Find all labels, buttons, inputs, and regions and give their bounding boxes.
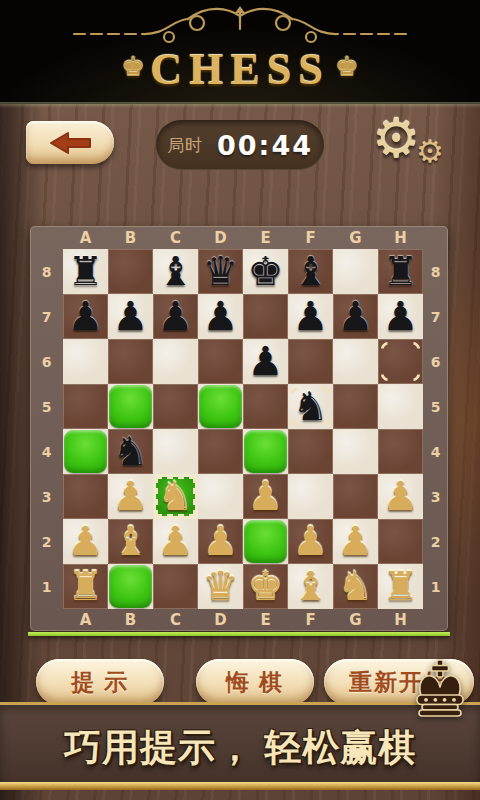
piece-white-pawn[interactable]: ♟ xyxy=(383,474,419,519)
square-e3[interactable]: ♟ xyxy=(243,474,288,519)
piece-black-queen[interactable]: ♛ xyxy=(203,249,239,294)
square-h5[interactable] xyxy=(378,384,423,429)
square-g2[interactable]: ♟ xyxy=(333,519,378,564)
square-f5[interactable]: ♞ xyxy=(288,384,333,429)
file-label-bottom-f: F xyxy=(288,609,333,631)
back-arrow-icon xyxy=(47,130,93,156)
piece-black-bishop[interactable]: ♝ xyxy=(158,249,194,294)
last-move-marker xyxy=(378,339,423,384)
file-label-bottom-a: A xyxy=(63,609,108,631)
square-e1[interactable]: ♚ xyxy=(243,564,288,609)
piece-black-pawn[interactable]: ♟ xyxy=(68,294,104,339)
square-c2[interactable]: ♟ xyxy=(153,519,198,564)
rank-label-right-5: 5 xyxy=(423,384,448,429)
square-d7[interactable]: ♟ xyxy=(198,294,243,339)
piece-white-pawn[interactable]: ♟ xyxy=(293,519,329,564)
piece-black-rook[interactable]: ♜ xyxy=(68,249,104,294)
square-b8[interactable] xyxy=(108,249,153,294)
square-c6[interactable] xyxy=(153,339,198,384)
piece-white-knight[interactable]: ♞ xyxy=(158,474,194,519)
rank-label-right-1: 1 xyxy=(423,564,448,609)
undo-button[interactable]: 悔 棋 xyxy=(196,659,314,705)
square-a3[interactable] xyxy=(63,474,108,519)
square-c7[interactable]: ♟ xyxy=(153,294,198,339)
settings-button[interactable]: ⚙ ⚙ xyxy=(372,110,456,176)
corner-claw-bl xyxy=(378,365,396,383)
square-b6[interactable] xyxy=(108,339,153,384)
square-h2[interactable] xyxy=(378,519,423,564)
piece-white-pawn[interactable]: ♟ xyxy=(158,519,194,564)
square-f4[interactable] xyxy=(288,429,333,474)
file-label-bottom-g: G xyxy=(333,609,378,631)
piece-white-knight[interactable]: ♞ xyxy=(338,564,374,609)
rank-label-right-6: 6 xyxy=(423,339,448,384)
rank-label-right-8: 8 xyxy=(423,249,448,294)
board-frame-corner xyxy=(30,226,63,249)
square-d1[interactable]: ♛ xyxy=(198,564,243,609)
square-a7[interactable]: ♟ xyxy=(63,294,108,339)
rank-label-right-2: 2 xyxy=(423,519,448,564)
square-g3[interactable] xyxy=(333,474,378,519)
square-f7[interactable]: ♟ xyxy=(288,294,333,339)
piece-white-rook[interactable]: ♜ xyxy=(68,564,104,609)
file-label-bottom-c: C xyxy=(153,609,198,631)
back-button[interactable] xyxy=(26,121,114,164)
square-h3[interactable]: ♟ xyxy=(378,474,423,519)
square-f3[interactable] xyxy=(288,474,333,519)
square-a4[interactable] xyxy=(63,429,108,474)
square-g8[interactable] xyxy=(333,249,378,294)
square-g6[interactable] xyxy=(333,339,378,384)
rank-label-right-3: 3 xyxy=(423,474,448,519)
square-a1[interactable]: ♜ xyxy=(63,564,108,609)
square-f1[interactable]: ♝ xyxy=(288,564,333,609)
file-label-top-d: D xyxy=(198,226,243,249)
board-bottom-green-strip xyxy=(28,632,450,636)
piece-black-pawn[interactable]: ♟ xyxy=(293,294,329,339)
square-d6[interactable] xyxy=(198,339,243,384)
corner-claw-br xyxy=(404,365,422,383)
piece-white-bishop[interactable]: ♝ xyxy=(293,564,329,609)
piece-white-king[interactable]: ♚ xyxy=(248,564,284,609)
square-c8[interactable]: ♝ xyxy=(153,249,198,294)
piece-white-pawn[interactable]: ♟ xyxy=(203,519,239,564)
square-g4[interactable] xyxy=(333,429,378,474)
square-g1[interactable]: ♞ xyxy=(333,564,378,609)
square-a8[interactable]: ♜ xyxy=(63,249,108,294)
square-b3[interactable]: ♟ xyxy=(108,474,153,519)
square-e5[interactable] xyxy=(243,384,288,429)
piece-white-pawn[interactable]: ♟ xyxy=(338,519,374,564)
square-b5[interactable] xyxy=(108,384,153,429)
square-d4[interactable] xyxy=(198,429,243,474)
rank-label-left-6: 6 xyxy=(30,339,63,384)
chess-board: ABCDEFGH8♜♝♛♚♝♜87♟♟♟♟♟♟♟76♟65♞54♞43♟♞♟♟3… xyxy=(30,226,448,631)
square-f8[interactable]: ♝ xyxy=(288,249,333,294)
piece-black-pawn[interactable]: ♟ xyxy=(383,294,419,339)
piece-black-rook[interactable]: ♜ xyxy=(383,249,419,294)
file-label-top-g: G xyxy=(333,226,378,249)
piece-white-pawn[interactable]: ♟ xyxy=(68,519,104,564)
square-h6[interactable] xyxy=(378,339,423,384)
crown-icon-right: ♚ xyxy=(335,51,359,82)
file-label-top-h: H xyxy=(378,226,423,249)
file-label-top-e: E xyxy=(243,226,288,249)
square-b2[interactable]: ♝ xyxy=(108,519,153,564)
gear-icon-small: ⚙ xyxy=(416,136,444,167)
hint-button[interactable]: 提 示 xyxy=(36,659,164,705)
board-frame-corner xyxy=(423,226,448,249)
game-timer: 局时 00:44 xyxy=(156,120,324,170)
square-a2[interactable]: ♟ xyxy=(63,519,108,564)
square-c1[interactable] xyxy=(153,564,198,609)
rank-label-right-4: 4 xyxy=(423,429,448,474)
square-f2[interactable]: ♟ xyxy=(288,519,333,564)
piece-white-bishop[interactable]: ♝ xyxy=(113,519,149,564)
square-e8[interactable]: ♚ xyxy=(243,249,288,294)
piece-black-knight[interactable]: ♞ xyxy=(113,429,149,474)
square-f6[interactable] xyxy=(288,339,333,384)
piece-black-pawn[interactable]: ♟ xyxy=(248,339,284,384)
square-d8[interactable]: ♛ xyxy=(198,249,243,294)
square-b7[interactable]: ♟ xyxy=(108,294,153,339)
rank-label-left-3: 3 xyxy=(30,474,63,519)
banner-gold-bar xyxy=(0,782,480,790)
file-label-top-f: F xyxy=(288,226,333,249)
square-c4[interactable] xyxy=(153,429,198,474)
board-frame-corner xyxy=(30,609,63,631)
piece-black-pawn[interactable]: ♟ xyxy=(113,294,149,339)
square-e7[interactable] xyxy=(243,294,288,339)
file-label-top-c: C xyxy=(153,226,198,249)
piece-white-pawn[interactable]: ♟ xyxy=(248,474,284,519)
app-title: CHESS xyxy=(150,45,329,94)
square-d5[interactable] xyxy=(198,384,243,429)
piece-white-rook[interactable]: ♜ xyxy=(383,564,419,609)
file-label-bottom-e: E xyxy=(243,609,288,631)
square-d3[interactable] xyxy=(198,474,243,519)
square-e2[interactable] xyxy=(243,519,288,564)
corner-claw-tl xyxy=(378,339,396,357)
rank-label-left-7: 7 xyxy=(30,294,63,339)
square-b4[interactable]: ♞ xyxy=(108,429,153,474)
file-label-bottom-d: D xyxy=(198,609,243,631)
square-c3[interactable]: ♞ xyxy=(153,474,198,519)
piece-black-knight[interactable]: ♞ xyxy=(293,384,329,429)
app-screen: ♚ CHESS ♚ 局时 00:44 ⚙ ⚙ ABCDEFGH8♜♝♛♚♝♜87… xyxy=(0,0,480,800)
square-h1[interactable]: ♜ xyxy=(378,564,423,609)
title-row: ♚ CHESS ♚ xyxy=(0,44,480,95)
square-e6[interactable]: ♟ xyxy=(243,339,288,384)
rank-label-left-2: 2 xyxy=(30,519,63,564)
rank-label-left-5: 5 xyxy=(30,384,63,429)
corner-claw-tr xyxy=(404,339,422,357)
board-frame-corner xyxy=(423,609,448,631)
piece-white-pawn[interactable]: ♟ xyxy=(113,474,149,519)
square-b1[interactable] xyxy=(108,564,153,609)
square-a6[interactable] xyxy=(63,339,108,384)
piece-black-pawn[interactable]: ♟ xyxy=(203,294,239,339)
piece-black-pawn[interactable]: ♟ xyxy=(338,294,374,339)
square-h7[interactable]: ♟ xyxy=(378,294,423,339)
piece-black-pawn[interactable]: ♟ xyxy=(158,294,194,339)
piece-black-bishop[interactable]: ♝ xyxy=(293,249,329,294)
square-c5[interactable] xyxy=(153,384,198,429)
square-h4[interactable] xyxy=(378,429,423,474)
square-g5[interactable] xyxy=(333,384,378,429)
file-label-top-a: A xyxy=(63,226,108,249)
header-flourish-ornament xyxy=(70,2,410,48)
promo-banner-text: 巧用提示， 轻松赢棋 xyxy=(64,723,416,773)
piece-black-king[interactable]: ♚ xyxy=(248,249,284,294)
rank-label-left-8: 8 xyxy=(30,249,63,294)
file-label-bottom-h: H xyxy=(378,609,423,631)
gear-icon-large: ⚙ xyxy=(372,112,420,166)
square-g7[interactable]: ♟ xyxy=(333,294,378,339)
timer-value: 00:44 xyxy=(217,130,313,161)
rank-label-right-7: 7 xyxy=(423,294,448,339)
rank-label-left-1: 1 xyxy=(30,564,63,609)
timer-label: 局时 xyxy=(167,134,203,157)
app-header: ♚ CHESS ♚ xyxy=(0,0,480,104)
square-e4[interactable] xyxy=(243,429,288,474)
square-h8[interactable]: ♜ xyxy=(378,249,423,294)
square-d2[interactable]: ♟ xyxy=(198,519,243,564)
rank-label-left-4: 4 xyxy=(30,429,63,474)
king-crown-icon xyxy=(408,658,472,718)
crown-icon-left: ♚ xyxy=(121,51,145,82)
file-label-top-b: B xyxy=(108,226,153,249)
square-a5[interactable] xyxy=(63,384,108,429)
piece-white-queen[interactable]: ♛ xyxy=(203,564,239,609)
file-label-bottom-b: B xyxy=(108,609,153,631)
